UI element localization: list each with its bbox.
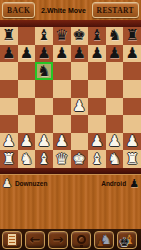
piece-black-knight: ♞ <box>37 64 50 79</box>
board-theme-button[interactable]: ♝ ♚ <box>117 231 137 249</box>
square-b5[interactable] <box>18 80 36 98</box>
square-h1[interactable]: ♜ <box>123 150 141 168</box>
piece-white-pawn: ♟ <box>20 134 33 149</box>
piece-black-pawn: ♟ <box>90 46 103 61</box>
square-f3[interactable] <box>88 115 106 133</box>
square-d8[interactable]: ♛ <box>53 27 71 45</box>
square-h7[interactable]: ♟ <box>123 45 141 63</box>
square-e1[interactable]: ♚ <box>71 150 89 168</box>
piece-white-pawn: ♟ <box>37 134 50 149</box>
square-a1[interactable]: ♜ <box>0 150 18 168</box>
piece-black-bishop: ♝ <box>90 28 103 43</box>
chess-board: ♜♝♛♚♝♞♜♟♟♟♟♟♟♟♟♞♟♟♟♟♟♟♟♟♜♞♝♛♚♝♞♜ <box>0 27 141 168</box>
black-pawn-icon: ♟ <box>129 178 139 189</box>
board-top-border <box>0 20 141 27</box>
square-h6[interactable] <box>123 62 141 80</box>
white-player: ♟ Downuzen <box>2 178 47 189</box>
square-d2[interactable]: ♟ <box>53 133 71 151</box>
hint-button[interactable] <box>71 231 91 249</box>
piece-black-rook: ♜ <box>2 28 15 43</box>
move-status-text: 2.White Move <box>41 7 86 14</box>
piece-white-queen: ♛ <box>55 152 68 167</box>
square-a8[interactable]: ♜ <box>0 27 18 45</box>
piece-white-pawn: ♟ <box>125 134 138 149</box>
square-c5[interactable] <box>35 80 53 98</box>
square-g2[interactable]: ♟ <box>106 133 124 151</box>
piece-white-pawn: ♟ <box>2 134 15 149</box>
square-e2[interactable] <box>71 133 89 151</box>
piece-black-bishop: ♝ <box>37 28 50 43</box>
square-a7[interactable]: ♟ <box>0 45 18 63</box>
piece-black-pawn: ♟ <box>125 46 138 61</box>
player-strip: ♟ Downuzen Android ♟ <box>0 175 141 191</box>
square-h8[interactable]: ♜ <box>123 27 141 45</box>
square-g8[interactable]: ♞ <box>106 27 124 45</box>
square-a4[interactable] <box>0 98 18 116</box>
square-h2[interactable]: ♟ <box>123 133 141 151</box>
square-f6[interactable] <box>88 62 106 80</box>
square-e3[interactable] <box>71 115 89 133</box>
square-h4[interactable] <box>123 98 141 116</box>
piece-black-pawn: ♟ <box>73 46 86 61</box>
white-player-name: Downuzen <box>15 180 48 187</box>
square-c4[interactable] <box>35 98 53 116</box>
piece-white-pawn: ♟ <box>90 134 103 149</box>
square-e6[interactable] <box>71 62 89 80</box>
piece-white-knight: ♞ <box>108 152 121 167</box>
piece-white-pawn: ♟ <box>55 134 68 149</box>
square-d1[interactable]: ♛ <box>53 150 71 168</box>
square-e5[interactable] <box>71 80 89 98</box>
square-g7[interactable]: ♟ <box>106 45 124 63</box>
piece-black-king: ♚ <box>73 28 86 43</box>
black-king-icon: ♚ <box>119 236 130 248</box>
chess-theme-icon: ♝ ♚ <box>119 232 135 248</box>
white-pawn-icon: ♟ <box>2 178 12 189</box>
arrow-right-icon: → <box>53 233 64 246</box>
square-g1[interactable]: ♞ <box>106 150 124 168</box>
square-f2[interactable]: ♟ <box>88 133 106 151</box>
lightbulb-icon <box>77 235 86 244</box>
square-a3[interactable] <box>0 115 18 133</box>
square-b3[interactable] <box>18 115 36 133</box>
square-g5[interactable] <box>106 80 124 98</box>
piece-black-pawn: ♟ <box>37 46 50 61</box>
black-player: Android ♟ <box>101 178 139 189</box>
piece-white-bishop: ♝ <box>90 152 103 167</box>
piece-style-button[interactable]: ♞ ♟ <box>94 231 114 249</box>
board-bottom-border <box>0 168 141 175</box>
piece-white-pawn: ♟ <box>108 134 121 149</box>
square-e8[interactable]: ♚ <box>71 27 89 45</box>
square-f1[interactable]: ♝ <box>88 150 106 168</box>
undo-button[interactable]: ← <box>25 231 45 249</box>
piece-white-pawn: ♟ <box>73 99 86 114</box>
square-c8[interactable]: ♝ <box>35 27 53 45</box>
square-g3[interactable] <box>106 115 124 133</box>
piece-black-pawn: ♟ <box>55 46 68 61</box>
square-e7[interactable]: ♟ <box>71 45 89 63</box>
square-b4[interactable] <box>18 98 36 116</box>
piece-black-knight: ♞ <box>108 28 121 43</box>
square-a6[interactable] <box>0 62 18 80</box>
square-g4[interactable] <box>106 98 124 116</box>
square-h5[interactable] <box>123 80 141 98</box>
square-h3[interactable] <box>123 115 141 133</box>
square-f8[interactable]: ♝ <box>88 27 106 45</box>
document-icon <box>7 233 17 246</box>
back-button[interactable]: BACK <box>2 2 35 18</box>
piece-black-queen: ♛ <box>55 28 68 43</box>
square-e4[interactable]: ♟ <box>71 98 89 116</box>
piece-white-bishop: ♝ <box>37 152 50 167</box>
arrow-left-icon: ← <box>30 233 41 246</box>
square-b1[interactable]: ♞ <box>18 150 36 168</box>
square-d5[interactable] <box>53 80 71 98</box>
square-b7[interactable]: ♟ <box>18 45 36 63</box>
square-d7[interactable]: ♟ <box>53 45 71 63</box>
piece-white-king: ♚ <box>73 152 86 167</box>
square-a5[interactable] <box>0 80 18 98</box>
restart-button[interactable]: RESTART <box>92 2 139 18</box>
chess-pieces-icon: ♞ ♟ <box>96 232 112 248</box>
square-c7[interactable]: ♟ <box>35 45 53 63</box>
square-a2[interactable]: ♟ <box>0 133 18 151</box>
brown-pawn-icon: ♟ <box>96 239 104 248</box>
square-c2[interactable]: ♟ <box>35 133 53 151</box>
bottom-toolbar: ← → ♞ ♟ ♝ ♚ <box>0 229 141 250</box>
top-bar: BACK 2.White Move RESTART <box>0 0 141 20</box>
piece-black-pawn: ♟ <box>2 46 15 61</box>
wood-spacer <box>0 191 141 229</box>
black-player-name: Android <box>101 180 126 187</box>
square-d3[interactable] <box>53 115 71 133</box>
moves-list-button[interactable] <box>2 231 22 249</box>
piece-white-rook: ♜ <box>2 152 15 167</box>
square-c3[interactable] <box>35 115 53 133</box>
square-b8[interactable] <box>18 27 36 45</box>
piece-black-pawn: ♟ <box>20 46 33 61</box>
square-f5[interactable] <box>88 80 106 98</box>
redo-button[interactable]: → <box>48 231 68 249</box>
square-b2[interactable]: ♟ <box>18 133 36 151</box>
square-f7[interactable]: ♟ <box>88 45 106 63</box>
piece-black-pawn: ♟ <box>108 46 121 61</box>
square-c1[interactable]: ♝ <box>35 150 53 168</box>
square-b6[interactable] <box>18 62 36 80</box>
square-g6[interactable] <box>106 62 124 80</box>
square-d6[interactable] <box>53 62 71 80</box>
square-c6[interactable]: ♞ <box>35 62 53 80</box>
square-f4[interactable] <box>88 98 106 116</box>
square-d4[interactable] <box>53 98 71 116</box>
chess-app-window: BACK 2.White Move RESTART ♜♝♛♚♝♞♜♟♟♟♟♟♟♟… <box>0 0 141 250</box>
piece-black-rook: ♜ <box>125 28 138 43</box>
piece-white-rook: ♜ <box>125 152 138 167</box>
piece-white-knight: ♞ <box>20 152 33 167</box>
